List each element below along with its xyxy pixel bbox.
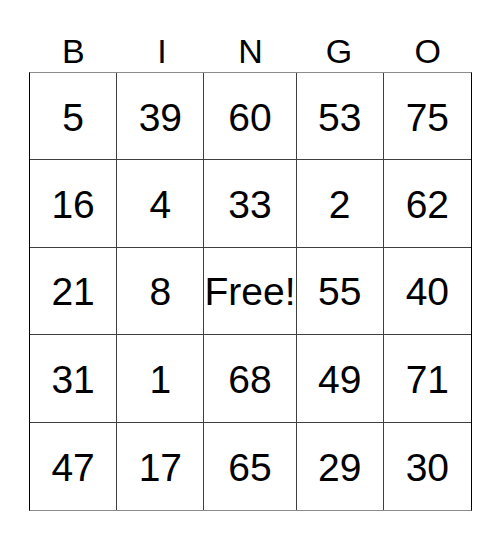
cell-r3c2: 68 — [204, 335, 296, 422]
free-cell: Free! — [204, 248, 296, 335]
cell-r0c0: 5 — [30, 73, 117, 160]
cell-r1c3: 2 — [297, 160, 384, 247]
cell-r4c1: 17 — [117, 423, 204, 510]
cell-r2c0: 21 — [30, 248, 117, 335]
bingo-grid: 5 39 60 53 75 16 4 33 2 62 21 8 Free! 55… — [29, 72, 472, 511]
cell-r3c0: 31 — [30, 335, 117, 422]
cell-r0c2: 60 — [204, 73, 296, 160]
bingo-card: B I N G O 5 39 60 53 75 16 4 33 2 62 21 … — [0, 0, 500, 544]
cell-r0c1: 39 — [117, 73, 204, 160]
cell-r4c0: 47 — [30, 423, 117, 510]
bingo-header: B I N G O — [29, 34, 472, 68]
cell-r2c4: 40 — [384, 248, 471, 335]
cell-r3c4: 71 — [384, 335, 471, 422]
header-letter-i: I — [118, 34, 207, 68]
cell-r1c4: 62 — [384, 160, 471, 247]
cell-r3c1: 1 — [117, 335, 204, 422]
cell-r1c2: 33 — [204, 160, 296, 247]
cell-r4c4: 30 — [384, 423, 471, 510]
cell-r1c0: 16 — [30, 160, 117, 247]
cell-r2c3: 55 — [297, 248, 384, 335]
header-letter-g: G — [295, 34, 384, 68]
cell-r0c3: 53 — [297, 73, 384, 160]
header-letter-n: N — [206, 34, 295, 68]
header-letter-b: B — [29, 34, 118, 68]
cell-r4c2: 65 — [204, 423, 296, 510]
cell-r1c1: 4 — [117, 160, 204, 247]
header-letter-o: O — [383, 34, 472, 68]
cell-r0c4: 75 — [384, 73, 471, 160]
cell-r3c3: 49 — [297, 335, 384, 422]
cell-r4c3: 29 — [297, 423, 384, 510]
cell-r2c1: 8 — [117, 248, 204, 335]
